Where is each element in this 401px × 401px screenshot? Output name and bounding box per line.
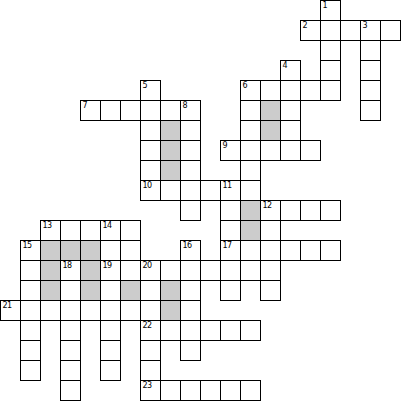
cell-r16c8[interactable] [160,320,181,341]
cell-r16c12[interactable] [240,320,261,341]
cell-r7c13[interactable] [260,140,281,161]
cell-r11c3[interactable] [60,220,81,241]
cell-r18c5[interactable] [100,360,121,381]
cell-r11c5[interactable]: 14 [100,220,121,241]
cell-r19c10[interactable] [200,380,221,401]
clue-number-9: 9 [223,141,228,150]
clue-number-5: 5 [143,81,148,90]
cell-r5c6[interactable] [120,100,141,121]
cell-r15c7[interactable] [140,300,161,321]
cell-r13c8[interactable] [160,260,181,281]
cell-r6c7[interactable] [140,120,161,141]
cell-r5c12[interactable] [240,100,261,121]
cell-r14c2-shaded[interactable] [40,280,61,301]
cell-r10c13[interactable]: 12 [260,200,281,221]
cell-r12c2-shaded[interactable] [40,240,61,261]
cell-r2c18[interactable] [360,40,381,61]
cell-r7c15[interactable] [300,140,321,161]
clue-number-2: 2 [303,21,308,30]
cell-r12c13[interactable] [260,240,281,261]
cell-r16c1[interactable] [20,320,41,341]
cell-r15c0[interactable]: 21 [0,300,21,321]
cell-r12c5[interactable] [100,240,121,261]
cell-r11c13[interactable] [260,220,281,241]
cell-r13c2-shaded[interactable] [40,260,61,281]
cell-r14c9[interactable] [180,280,201,301]
cell-r10c16[interactable] [320,200,341,221]
cell-r13c3[interactable]: 18 [60,260,81,281]
cell-r11c12-shaded[interactable] [240,220,261,241]
cell-r19c3[interactable] [60,380,81,401]
cell-r5c14[interactable] [280,100,301,121]
cell-r5c7[interactable] [140,100,161,121]
clue-number-23: 23 [143,381,152,390]
cell-r13c11[interactable] [220,260,241,281]
cell-r9c8[interactable] [160,180,181,201]
cell-r15c8-shaded[interactable] [160,300,181,321]
cell-r17c5[interactable] [100,340,121,361]
cell-r19c7[interactable]: 23 [140,380,161,401]
cell-r13c7[interactable]: 20 [140,260,161,281]
cell-r18c1[interactable] [20,360,41,381]
cell-r4c16[interactable] [320,80,341,101]
cell-r11c2[interactable]: 13 [40,220,61,241]
clue-number-7: 7 [83,101,88,110]
clue-number-16: 16 [183,241,192,250]
clue-number-8: 8 [183,101,188,110]
cell-r1c17[interactable] [340,20,361,41]
cell-r14c4-shaded[interactable] [80,280,101,301]
cell-r5c4[interactable]: 7 [80,100,101,121]
cell-r12c14[interactable] [280,240,301,261]
cell-r3c14[interactable]: 4 [280,60,301,81]
cell-r15c9[interactable] [180,300,201,321]
cell-r9c10[interactable] [200,180,221,201]
cell-r5c13-shaded[interactable] [260,100,281,121]
clue-number-3: 3 [363,21,368,30]
cell-r17c7[interactable] [140,340,161,361]
cell-r15c4[interactable] [80,300,101,321]
cell-r17c3[interactable] [60,340,81,361]
cell-r6c13-shaded[interactable] [260,120,281,141]
cell-r16c9[interactable] [180,320,201,341]
cell-r5c5[interactable] [100,100,121,121]
cell-r1c18[interactable]: 3 [360,20,381,41]
cell-r13c12[interactable] [240,260,261,281]
cell-r6c9[interactable] [180,120,201,141]
crossword-grid: 1234567891011121314151617181920212223 [0,0,401,401]
cell-r13c5[interactable]: 19 [100,260,121,281]
cell-r19c8[interactable] [160,380,181,401]
cell-r2c16[interactable] [320,40,341,61]
clue-number-4: 4 [283,61,288,70]
clue-number-20: 20 [143,261,152,270]
cell-r17c1[interactable] [20,340,41,361]
cell-r13c6[interactable] [120,260,141,281]
cell-r16c11[interactable] [220,320,241,341]
cell-r18c3[interactable] [60,360,81,381]
cell-r12c12[interactable] [240,240,261,261]
cell-r5c8[interactable] [160,100,181,121]
cell-r12c4-shaded[interactable] [80,240,101,261]
cell-r4c13[interactable] [260,80,281,101]
cell-r6c14[interactable] [280,120,301,141]
cell-r13c10[interactable] [200,260,221,281]
cell-r7c12[interactable] [240,140,261,161]
clue-number-18: 18 [63,261,72,270]
cell-r7c7[interactable] [140,140,161,161]
cell-r11c4[interactable] [80,220,101,241]
cell-r7c8-shaded[interactable] [160,140,181,161]
cell-r5c9[interactable]: 8 [180,100,201,121]
cell-r17c9[interactable] [180,340,201,361]
cell-r10c14[interactable] [280,200,301,221]
cell-r12c15[interactable] [300,240,321,261]
cell-r16c5[interactable] [100,320,121,341]
cell-r15c1[interactable] [20,300,41,321]
cell-r19c12[interactable] [240,380,261,401]
clue-number-10: 10 [143,181,152,190]
cell-r14c11[interactable] [220,280,241,301]
clue-number-13: 13 [43,221,52,230]
cell-r12c16[interactable] [320,240,341,261]
cell-r11c11[interactable] [220,220,241,241]
cell-r13c4-shaded[interactable] [80,260,101,281]
cell-r16c7[interactable]: 22 [140,320,161,341]
cell-r14c3[interactable] [60,280,81,301]
cell-r14c13[interactable] [260,280,281,301]
cell-r0c16[interactable]: 1 [320,0,341,21]
cell-r9c7[interactable]: 10 [140,180,161,201]
cell-r14c5[interactable] [100,280,121,301]
cell-r1c19[interactable] [380,20,401,41]
cell-r1c15[interactable]: 2 [300,20,321,41]
cell-r13c1[interactable] [20,260,41,281]
cell-r15c2[interactable] [40,300,61,321]
cell-r18c7[interactable] [140,360,161,381]
cell-r19c11[interactable] [220,380,241,401]
cell-r14c8-shaded[interactable] [160,280,181,301]
cell-r15c6[interactable] [120,300,141,321]
cell-r4c12[interactable]: 6 [240,80,261,101]
clue-number-11: 11 [223,181,232,190]
cell-r7c9[interactable] [180,140,201,161]
clue-number-17: 17 [223,241,232,250]
clue-number-14: 14 [103,221,112,230]
cell-r8c12[interactable] [240,160,261,181]
clue-number-1: 1 [323,1,328,10]
cell-r12c9[interactable]: 16 [180,240,201,261]
cell-r3c18[interactable] [360,60,381,81]
cell-r7c14[interactable] [280,140,301,161]
cell-r3c16[interactable] [320,60,341,81]
cell-r12c1[interactable]: 15 [20,240,41,261]
cell-r15c3[interactable] [60,300,81,321]
cell-r4c7[interactable]: 5 [140,80,161,101]
cell-r8c8-shaded[interactable] [160,160,181,181]
cell-r4c15[interactable] [300,80,321,101]
cell-r6c8-shaded[interactable] [160,120,181,141]
cell-r13c9[interactable] [180,260,201,281]
cell-r8c7[interactable] [140,160,161,181]
cell-r14c6-shaded[interactable] [120,280,141,301]
cell-r8c9[interactable] [180,160,201,181]
cell-r16c3[interactable] [60,320,81,341]
clue-number-22: 22 [143,321,152,330]
cell-r13c13[interactable] [260,260,281,281]
clue-number-6: 6 [243,81,248,90]
cell-r9c11[interactable]: 11 [220,180,241,201]
cell-r4c18[interactable] [360,80,381,101]
clue-number-21: 21 [3,301,12,310]
cell-r4c14[interactable] [280,80,301,101]
cell-r1c16[interactable] [320,20,341,41]
clue-number-15: 15 [23,241,32,250]
cell-r12c11[interactable]: 17 [220,240,241,261]
clue-number-12: 12 [263,201,272,210]
clue-number-19: 19 [103,261,112,270]
cell-r14c1[interactable] [20,280,41,301]
cell-r7c11[interactable]: 9 [220,140,241,161]
cell-r10c11[interactable] [220,200,241,221]
cell-r10c15[interactable] [300,200,321,221]
cell-r12c6[interactable] [120,240,141,261]
cell-r12c3-shaded[interactable] [60,240,81,261]
cell-r6c12[interactable] [240,120,261,141]
cell-r19c9[interactable] [180,380,201,401]
cell-r9c12[interactable] [240,180,261,201]
cell-r9c9[interactable] [180,180,201,201]
cell-r5c18[interactable] [360,100,381,121]
cell-r14c7[interactable] [140,280,161,301]
cell-r10c9[interactable] [180,200,201,221]
cell-r10c12-shaded[interactable] [240,200,261,221]
cell-r15c5[interactable] [100,300,121,321]
cell-r11c6[interactable] [120,220,141,241]
cell-r16c10[interactable] [200,320,221,341]
